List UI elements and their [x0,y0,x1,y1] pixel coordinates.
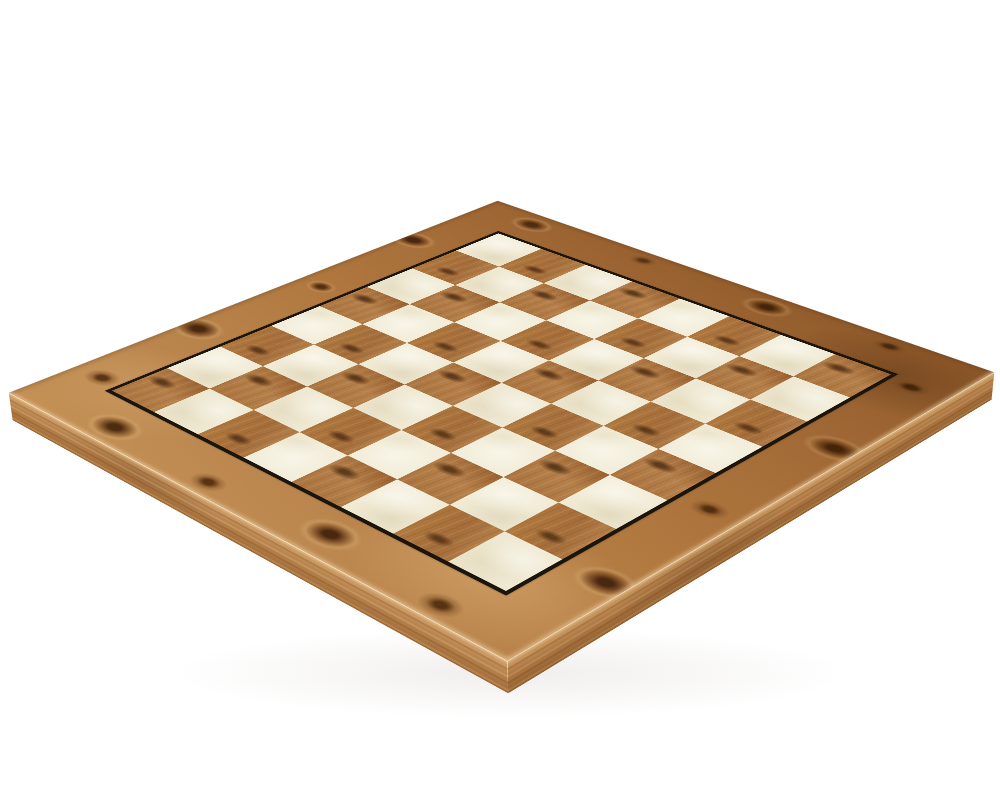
square-d1[interactable] [243,432,347,482]
square-h3[interactable] [558,475,667,529]
square-f2[interactable] [397,453,503,505]
square-g5[interactable] [604,401,706,448]
square-c1[interactable] [197,409,299,457]
square-f4[interactable] [502,403,604,450]
square-e4[interactable] [452,382,551,427]
square-d3[interactable] [352,384,451,429]
square-f1[interactable] [341,479,450,533]
square-h1[interactable] [448,531,562,591]
square-e3[interactable] [400,405,502,452]
playing-field [104,231,897,595]
scene-tilt [0,0,1000,800]
square-c2[interactable] [253,386,352,432]
square-h7[interactable] [750,376,849,421]
square-g3[interactable] [503,450,609,502]
square-h5[interactable] [658,423,762,472]
square-g4[interactable] [554,425,658,474]
square-b1[interactable] [153,388,252,434]
square-e1[interactable] [291,455,397,507]
square-g6[interactable] [651,378,750,423]
square-g1[interactable] [393,504,504,561]
square-f5[interactable] [551,380,650,425]
square-d2[interactable] [299,407,401,454]
square-h4[interactable] [609,448,715,500]
square-h2[interactable] [504,502,615,559]
square-h6[interactable] [705,399,807,446]
square-f3[interactable] [451,427,555,476]
scene-3d [0,0,1000,800]
chess-board [8,200,993,660]
square-g2[interactable] [449,477,558,531]
product-photo-background [0,0,1000,800]
board-frame [8,200,993,660]
square-e2[interactable] [347,429,451,479]
